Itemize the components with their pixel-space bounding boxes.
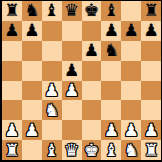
white-knight: ♞ <box>124 141 139 158</box>
square-g3[interactable] <box>121 100 141 120</box>
square-c5[interactable] <box>42 61 62 81</box>
square-h4[interactable] <box>141 81 161 101</box>
black-pawn: ♟ <box>4 22 19 39</box>
black-rook: ♜ <box>143 2 158 19</box>
black-bishop: ♝ <box>44 2 59 19</box>
square-h6[interactable] <box>141 41 161 61</box>
square-f6[interactable]: ♞ <box>101 41 121 61</box>
square-b3[interactable] <box>22 100 42 120</box>
white-rook: ♜ <box>143 141 158 158</box>
black-king: ♚ <box>84 2 99 19</box>
chess-board: ♜♞♝♛♚♝♜♟♟♟♟♟♟♞♟♟♟♞♟♟♟♟♟♜♝♛♚♝♞♜ <box>0 0 162 162</box>
white-bishop: ♝ <box>44 141 59 158</box>
black-pawn: ♟ <box>84 42 99 59</box>
square-e8[interactable]: ♚ <box>82 1 102 21</box>
white-queen: ♛ <box>64 141 79 158</box>
black-bishop: ♝ <box>104 2 119 19</box>
white-pawn: ♟ <box>124 121 139 138</box>
square-c2[interactable] <box>42 120 62 140</box>
square-g6[interactable] <box>121 41 141 61</box>
square-d4[interactable]: ♟ <box>62 81 82 101</box>
square-d8[interactable]: ♛ <box>62 1 82 21</box>
square-d7[interactable] <box>62 21 82 41</box>
square-g1[interactable]: ♞ <box>121 140 141 160</box>
square-b1[interactable] <box>22 140 42 160</box>
square-f8[interactable]: ♝ <box>101 1 121 21</box>
square-e4[interactable] <box>82 81 102 101</box>
square-e3[interactable] <box>82 100 102 120</box>
white-pawn: ♟ <box>24 121 39 138</box>
square-e6[interactable]: ♟ <box>82 41 102 61</box>
square-b4[interactable] <box>22 81 42 101</box>
square-a8[interactable]: ♜ <box>2 1 22 21</box>
square-a3[interactable] <box>2 100 22 120</box>
square-d5[interactable]: ♟ <box>62 61 82 81</box>
black-pawn: ♟ <box>24 22 39 39</box>
square-d3[interactable] <box>62 100 82 120</box>
white-bishop: ♝ <box>104 141 119 158</box>
square-g7[interactable]: ♟ <box>121 21 141 41</box>
black-knight: ♞ <box>24 2 39 19</box>
square-d6[interactable] <box>62 41 82 61</box>
square-h7[interactable]: ♟ <box>141 21 161 41</box>
square-e2[interactable] <box>82 120 102 140</box>
square-c4[interactable]: ♟ <box>42 81 62 101</box>
square-a1[interactable]: ♜ <box>2 140 22 160</box>
white-king: ♚ <box>84 141 99 158</box>
black-queen: ♛ <box>64 2 79 19</box>
square-f2[interactable]: ♟ <box>101 120 121 140</box>
square-c3[interactable]: ♞ <box>42 100 62 120</box>
square-a6[interactable] <box>2 41 22 61</box>
white-pawn: ♟ <box>143 121 158 138</box>
square-e1[interactable]: ♚ <box>82 140 102 160</box>
white-pawn: ♟ <box>4 121 19 138</box>
square-c7[interactable] <box>42 21 62 41</box>
square-e7[interactable] <box>82 21 102 41</box>
square-a7[interactable]: ♟ <box>2 21 22 41</box>
square-h2[interactable]: ♟ <box>141 120 161 140</box>
square-h3[interactable] <box>141 100 161 120</box>
black-pawn: ♟ <box>104 22 119 39</box>
square-c1[interactable]: ♝ <box>42 140 62 160</box>
white-rook: ♜ <box>4 141 19 158</box>
square-g2[interactable]: ♟ <box>121 120 141 140</box>
black-pawn: ♟ <box>124 22 139 39</box>
square-b8[interactable]: ♞ <box>22 1 42 21</box>
square-c8[interactable]: ♝ <box>42 1 62 21</box>
square-a5[interactable] <box>2 61 22 81</box>
square-d2[interactable] <box>62 120 82 140</box>
square-b7[interactable]: ♟ <box>22 21 42 41</box>
square-g8[interactable] <box>121 1 141 21</box>
square-f7[interactable]: ♟ <box>101 21 121 41</box>
square-f4[interactable] <box>101 81 121 101</box>
white-knight: ♞ <box>44 101 59 118</box>
square-g4[interactable] <box>121 81 141 101</box>
square-f5[interactable] <box>101 61 121 81</box>
black-rook: ♜ <box>4 2 19 19</box>
square-f3[interactable] <box>101 100 121 120</box>
white-pawn: ♟ <box>44 81 59 98</box>
square-g5[interactable] <box>121 61 141 81</box>
square-c6[interactable] <box>42 41 62 61</box>
square-f1[interactable]: ♝ <box>101 140 121 160</box>
square-d1[interactable]: ♛ <box>62 140 82 160</box>
square-b6[interactable] <box>22 41 42 61</box>
white-pawn: ♟ <box>104 121 119 138</box>
square-a2[interactable]: ♟ <box>2 120 22 140</box>
black-pawn: ♟ <box>143 22 158 39</box>
square-a4[interactable] <box>2 81 22 101</box>
square-h8[interactable]: ♜ <box>141 1 161 21</box>
white-pawn: ♟ <box>64 81 79 98</box>
black-pawn: ♟ <box>64 62 79 79</box>
square-b5[interactable] <box>22 61 42 81</box>
square-h5[interactable] <box>141 61 161 81</box>
square-b2[interactable]: ♟ <box>22 120 42 140</box>
black-knight: ♞ <box>104 42 119 59</box>
square-h1[interactable]: ♜ <box>141 140 161 160</box>
square-e5[interactable] <box>82 61 102 81</box>
